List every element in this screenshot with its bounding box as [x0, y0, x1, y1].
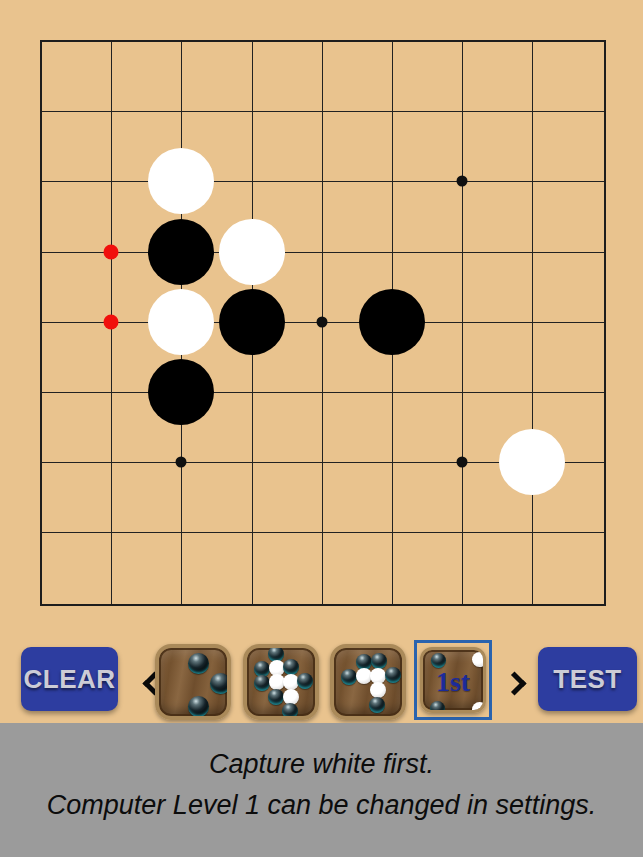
board-cell: [182, 182, 252, 252]
board-cell: [393, 182, 463, 252]
problem-set-icon-1st: 1st: [420, 647, 486, 713]
board-cell: [393, 533, 463, 603]
board-cell: [323, 393, 393, 463]
black-stone-icon: [297, 673, 313, 689]
black-stone-icon: [371, 653, 387, 669]
problem-set-button-1st-selected[interactable]: 1st: [414, 640, 492, 720]
board-cell: [393, 463, 463, 533]
board-cell: [253, 112, 323, 182]
board-cell: [42, 533, 112, 603]
board-cell: [323, 463, 393, 533]
board-cell: [112, 253, 182, 323]
chevron-right-icon[interactable]: [502, 671, 526, 695]
board-cell: [533, 323, 603, 393]
board-cell: [463, 112, 533, 182]
board-cell: [463, 42, 533, 112]
board-cell: [42, 463, 112, 533]
black-stone-icon: [282, 703, 298, 719]
board-cell: [463, 253, 533, 323]
white-stone-icon: [472, 652, 487, 667]
black-stone-icon: [430, 701, 445, 714]
test-button[interactable]: TEST: [538, 647, 637, 711]
board-cell: [533, 533, 603, 603]
board-cell: [533, 182, 603, 252]
board-cell: [112, 112, 182, 182]
problem-set-button-2[interactable]: [243, 644, 319, 720]
board-cell: [323, 323, 393, 393]
board-cell: [393, 253, 463, 323]
board-cell: [112, 463, 182, 533]
problem-set-3-pattern: [334, 648, 402, 716]
board-cell: [253, 393, 323, 463]
board-cell: [323, 533, 393, 603]
board-cell: [253, 253, 323, 323]
problem-set-button-1[interactable]: [155, 644, 231, 720]
board-cell: [393, 393, 463, 463]
black-stone-icon: [369, 697, 385, 713]
board-cell: [112, 393, 182, 463]
board-cell: [182, 393, 252, 463]
board-cell: [182, 112, 252, 182]
problem-set-2-pattern: [247, 648, 315, 716]
clear-button[interactable]: CLEAR: [21, 647, 118, 711]
caption-bar: Capture white first. Computer Level 1 ca…: [0, 723, 643, 857]
go-board[interactable]: [40, 40, 606, 606]
go-board-grid: [40, 40, 606, 606]
black-stone-icon: [188, 696, 209, 717]
black-stone-icon: [385, 667, 401, 683]
caption-line-2: Computer Level 1 can be changed in setti…: [0, 785, 643, 826]
first-move-label: 1st: [423, 666, 483, 698]
black-stone-icon: [254, 675, 270, 691]
board-cell: [463, 182, 533, 252]
board-cell: [253, 323, 323, 393]
board-cell: [112, 182, 182, 252]
board-cell: [393, 323, 463, 393]
board-cell: [463, 463, 533, 533]
board-cell: [42, 393, 112, 463]
board-cell: [42, 112, 112, 182]
board-cell: [42, 323, 112, 393]
board-cell: [323, 112, 393, 182]
black-stone-icon: [341, 669, 357, 685]
problem-set-button-3[interactable]: [330, 644, 406, 720]
board-cell: [182, 253, 252, 323]
board-cell: [323, 253, 393, 323]
board-cell: [253, 42, 323, 112]
board-cell: [112, 323, 182, 393]
board-cell: [253, 463, 323, 533]
board-cell: [533, 253, 603, 323]
board-cell: [42, 182, 112, 252]
board-cell: [42, 42, 112, 112]
board-cell: [393, 112, 463, 182]
board-cell: [112, 42, 182, 112]
black-stone-icon: [210, 673, 231, 694]
board-cell: [533, 463, 603, 533]
board-cell: [182, 533, 252, 603]
white-stone-icon: [370, 682, 386, 698]
board-cell: [393, 42, 463, 112]
board-cell: [463, 323, 533, 393]
board-cell: [253, 533, 323, 603]
white-stone-icon: [472, 702, 487, 714]
board-cell: [463, 393, 533, 463]
app-screen: CLEAR 1st TEST Capture white first. Comp…: [0, 0, 643, 857]
board-cell: [253, 182, 323, 252]
board-cell: [323, 42, 393, 112]
board-cell: [42, 253, 112, 323]
board-cell: [182, 42, 252, 112]
black-stone-icon: [268, 689, 284, 705]
caption-line-1: Capture white first.: [0, 744, 643, 785]
board-cell: [112, 533, 182, 603]
board-cell: [323, 182, 393, 252]
board-cell: [533, 393, 603, 463]
board-cell: [463, 533, 533, 603]
board-cell: [533, 42, 603, 112]
board-cell: [182, 463, 252, 533]
black-stone-icon: [188, 653, 209, 674]
board-cell: [182, 323, 252, 393]
board-cell: [533, 112, 603, 182]
problem-set-1-pattern: [159, 648, 227, 716]
black-stone-icon: [283, 659, 299, 675]
